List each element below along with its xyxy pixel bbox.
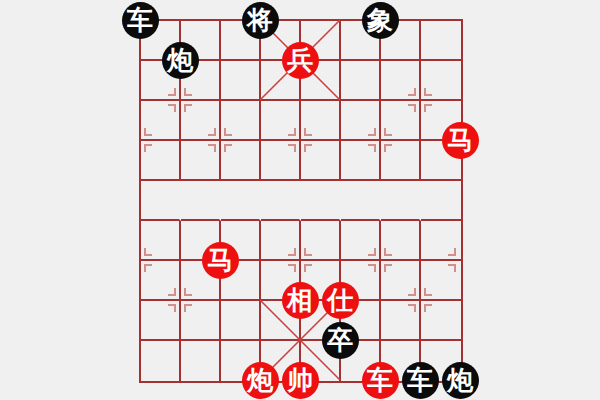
red-soldier-piece[interactable]: 兵	[282, 42, 319, 79]
point-marker-bracket	[168, 88, 176, 96]
point-marker-bracket	[168, 288, 176, 296]
red-chariot-piece[interactable]: 车	[362, 362, 399, 399]
point-marker-bracket	[288, 144, 296, 152]
point-marker-bracket	[168, 104, 176, 112]
point-marker-bracket	[368, 248, 376, 256]
red-elephant-piece[interactable]: 相	[282, 282, 319, 319]
point-marker-bracket	[144, 144, 152, 152]
point-marker-bracket	[184, 88, 192, 96]
board-cell	[221, 181, 261, 221]
point-marker-bracket	[408, 88, 416, 96]
black-chariot-piece[interactable]: 车	[402, 362, 439, 399]
point-marker-bracket	[368, 128, 376, 136]
black-soldier-piece[interactable]: 卒	[322, 322, 359, 359]
black-cannon-piece[interactable]: 炮	[442, 362, 479, 399]
point-marker-bracket	[424, 104, 432, 112]
board-cell	[381, 181, 421, 221]
board-cell	[141, 341, 181, 381]
point-marker-bracket	[208, 128, 216, 136]
point-marker-bracket	[384, 128, 392, 136]
point-marker-bracket	[304, 264, 312, 272]
board-cell	[341, 61, 381, 101]
board-cell	[421, 181, 461, 221]
point-marker-bracket	[368, 264, 376, 272]
board-cell	[181, 181, 221, 221]
red-general-piece[interactable]: 帅	[282, 362, 319, 399]
point-marker-bracket	[288, 248, 296, 256]
point-marker-bracket	[384, 264, 392, 272]
black-general-piece[interactable]: 将	[242, 2, 279, 39]
red-advisor-piece[interactable]: 仕	[322, 282, 359, 319]
point-marker-bracket	[408, 304, 416, 312]
point-marker-bracket	[384, 248, 392, 256]
point-marker-bracket	[224, 128, 232, 136]
red-horse-piece[interactable]: 马	[202, 242, 239, 279]
board-cell	[301, 181, 341, 221]
point-marker-bracket	[408, 288, 416, 296]
point-marker-bracket	[208, 144, 216, 152]
point-marker-bracket	[184, 304, 192, 312]
xiangqi-board: 车将象炮兵马马相仕卒炮帅车车炮	[139, 19, 463, 383]
point-marker-bracket	[368, 144, 376, 152]
point-marker-bracket	[288, 264, 296, 272]
point-marker-bracket	[424, 304, 432, 312]
point-marker-bracket	[304, 144, 312, 152]
board-cell	[181, 341, 221, 381]
board-cell	[141, 181, 181, 221]
point-marker-bracket	[144, 264, 152, 272]
point-marker-bracket	[144, 128, 152, 136]
point-marker-bracket	[288, 128, 296, 136]
point-marker-bracket	[424, 288, 432, 296]
point-marker-bracket	[144, 248, 152, 256]
xiangqi-app: 车将象炮兵马马相仕卒炮帅车车炮	[0, 0, 600, 400]
black-chariot-piece[interactable]: 车	[122, 2, 159, 39]
point-marker-bracket	[424, 88, 432, 96]
point-marker-bracket	[304, 128, 312, 136]
point-marker-bracket	[448, 248, 456, 256]
point-marker-bracket	[448, 264, 456, 272]
point-marker-bracket	[184, 288, 192, 296]
point-marker-bracket	[168, 304, 176, 312]
red-cannon-piece[interactable]: 炮	[242, 362, 279, 399]
board-cell	[341, 181, 381, 221]
point-marker-bracket	[224, 144, 232, 152]
board-cell	[221, 301, 261, 341]
black-elephant-piece[interactable]: 象	[362, 2, 399, 39]
red-horse-piece[interactable]: 马	[442, 122, 479, 159]
board-cell	[421, 21, 461, 61]
board-cell	[261, 181, 301, 221]
point-marker-bracket	[304, 248, 312, 256]
point-marker-bracket	[408, 104, 416, 112]
board-cell	[221, 61, 261, 101]
point-marker-bracket	[184, 104, 192, 112]
point-marker-bracket	[384, 144, 392, 152]
black-cannon-piece[interactable]: 炮	[162, 42, 199, 79]
